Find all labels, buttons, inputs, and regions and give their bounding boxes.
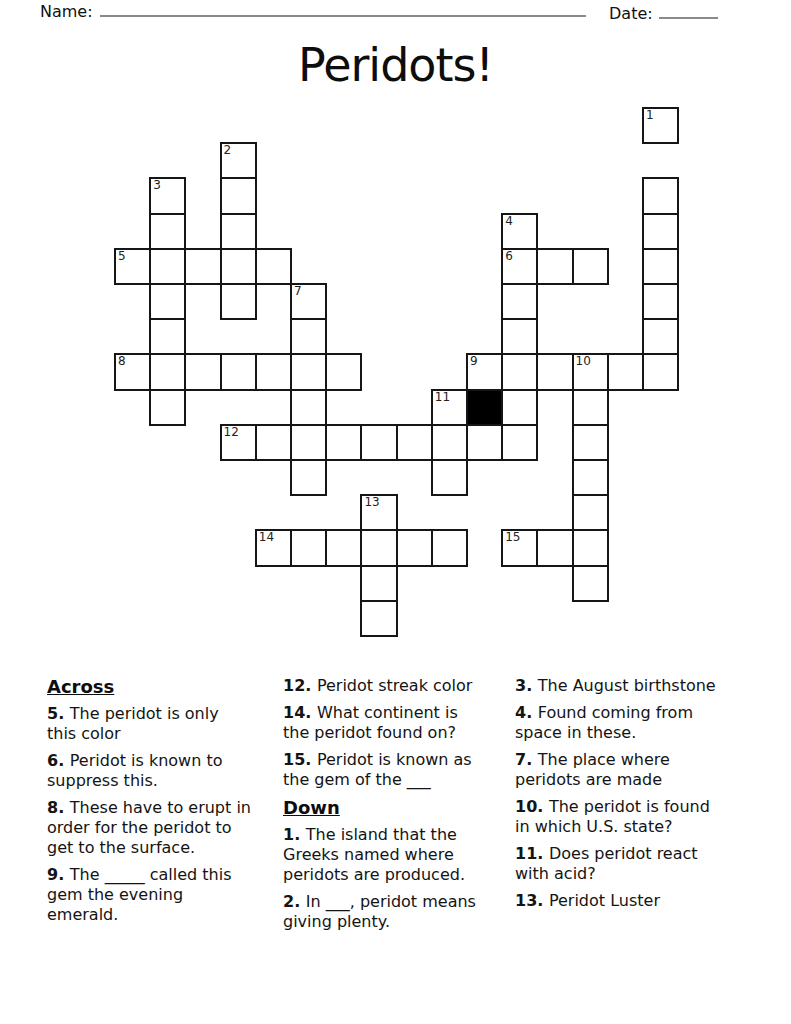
cell-number: 8 bbox=[118, 355, 126, 368]
grid-cell[interactable] bbox=[290, 353, 327, 390]
date-fill-line bbox=[659, 17, 718, 19]
clue-number: 6. bbox=[47, 751, 70, 770]
grid-cell[interactable] bbox=[290, 424, 327, 461]
grid-cell[interactable]: 12 bbox=[220, 424, 257, 461]
grid-cell[interactable] bbox=[290, 318, 327, 355]
grid-cell[interactable]: 8 bbox=[114, 353, 151, 390]
grid-cell[interactable] bbox=[290, 459, 327, 496]
grid-cell[interactable]: 5 bbox=[114, 248, 151, 285]
clue-number: 9. bbox=[47, 865, 70, 884]
grid-cell[interactable] bbox=[642, 177, 679, 214]
grid-cell[interactable] bbox=[220, 248, 257, 285]
grid-cell[interactable] bbox=[290, 529, 327, 566]
grid-cell[interactable]: 6 bbox=[501, 248, 538, 285]
grid-cell[interactable] bbox=[642, 248, 679, 285]
grid-cell[interactable] bbox=[501, 424, 538, 461]
crossword-grid: 123456789101112131415 bbox=[114, 107, 681, 639]
grid-cell[interactable] bbox=[255, 424, 292, 461]
grid-cell[interactable] bbox=[501, 353, 538, 390]
worksheet-page: Name: Date: Peridots! 123456789101112131… bbox=[0, 0, 791, 1024]
name-label: Name: bbox=[40, 2, 93, 21]
grid-cell[interactable] bbox=[220, 353, 257, 390]
clue-number: 1. bbox=[283, 825, 306, 844]
grid-cell[interactable] bbox=[325, 529, 362, 566]
grid-cell[interactable] bbox=[325, 353, 362, 390]
clue-15: 15. Peridot is known as the gem of the _… bbox=[283, 750, 488, 790]
clue-3: 3. The August birthstone bbox=[515, 676, 720, 696]
grid-cell[interactable]: 3 bbox=[149, 177, 186, 214]
cell-number: 6 bbox=[505, 250, 513, 263]
clue-9: 9. The _____ called this gem the evening… bbox=[47, 865, 252, 925]
cell-number: 2 bbox=[224, 144, 232, 157]
clue-number: 8. bbox=[47, 798, 70, 817]
grid-cell[interactable] bbox=[396, 424, 433, 461]
grid-cell[interactable] bbox=[501, 389, 538, 426]
grid-cell[interactable] bbox=[149, 389, 186, 426]
grid-cell[interactable] bbox=[501, 283, 538, 320]
grid-cell[interactable]: 15 bbox=[501, 529, 538, 566]
clue-number: 12. bbox=[283, 676, 317, 695]
clue-column-3: 3. The August birthstone4. Found coming … bbox=[515, 676, 720, 918]
grid-cell[interactable]: 1 bbox=[642, 107, 679, 144]
clue-4: 4. Found coming from space in these. bbox=[515, 703, 720, 743]
grid-cell[interactable] bbox=[360, 600, 397, 637]
clue-number: 7. bbox=[515, 750, 538, 769]
clue-number: 14. bbox=[283, 703, 317, 722]
clue-8: 8. These have to erupt in order for the … bbox=[47, 798, 252, 858]
grid-cell[interactable] bbox=[149, 283, 186, 320]
grid-cell[interactable]: 14 bbox=[255, 529, 292, 566]
grid-cell[interactable] bbox=[572, 565, 609, 602]
cell-number: 15 bbox=[505, 531, 520, 544]
cell-number: 5 bbox=[118, 250, 126, 263]
cell-number: 7 bbox=[294, 285, 302, 298]
clue-5: 5. The peridot is only this color bbox=[47, 704, 252, 744]
cell-number: 4 bbox=[505, 215, 513, 228]
grid-cell[interactable] bbox=[572, 459, 609, 496]
cell-number: 1 bbox=[646, 109, 654, 122]
grid-cell[interactable] bbox=[360, 529, 397, 566]
grid-cell[interactable] bbox=[255, 353, 292, 390]
grid-cell[interactable] bbox=[220, 177, 257, 214]
clue-7: 7. The place where peridots are made bbox=[515, 750, 720, 790]
grid-cell[interactable] bbox=[431, 459, 468, 496]
grid-cell[interactable] bbox=[572, 529, 609, 566]
grid-cell[interactable]: 2 bbox=[220, 142, 257, 179]
grid-cell[interactable] bbox=[572, 248, 609, 285]
grid-cell[interactable] bbox=[325, 424, 362, 461]
grid-cell[interactable] bbox=[220, 283, 257, 320]
puzzle-title: Peridots! bbox=[0, 38, 791, 92]
date-label: Date: bbox=[609, 4, 653, 23]
grid-cell[interactable] bbox=[642, 213, 679, 250]
grid-cell[interactable] bbox=[642, 353, 679, 390]
grid-cell[interactable] bbox=[149, 318, 186, 355]
grid-cell[interactable] bbox=[220, 213, 257, 250]
grid-cell[interactable] bbox=[536, 248, 573, 285]
clue-number: 13. bbox=[515, 891, 549, 910]
grid-cell[interactable]: 7 bbox=[290, 283, 327, 320]
cell-number: 12 bbox=[224, 426, 239, 439]
clue-14: 14. What continent is the peridot found … bbox=[283, 703, 488, 743]
clue-1: 1. The island that the Greeks named wher… bbox=[283, 825, 488, 885]
grid-cell[interactable] bbox=[360, 424, 397, 461]
grid-cell[interactable] bbox=[536, 353, 573, 390]
clue-number: 10. bbox=[515, 797, 549, 816]
clue-6: 6. Peridot is known to suppress this. bbox=[47, 751, 252, 791]
clue-11: 11. Does peridot react with acid? bbox=[515, 844, 720, 884]
cell-number: 9 bbox=[470, 355, 478, 368]
clue-number: 3. bbox=[515, 676, 538, 695]
clue-number: 5. bbox=[47, 704, 70, 723]
grid-cell[interactable]: 11 bbox=[431, 389, 468, 426]
grid-cell[interactable] bbox=[149, 213, 186, 250]
clue-10: 10. The peridot is found in which U.S. s… bbox=[515, 797, 720, 837]
clue-number: 4. bbox=[515, 703, 538, 722]
grid-cell[interactable] bbox=[642, 318, 679, 355]
cell-number: 13 bbox=[364, 496, 379, 509]
clue-13: 13. Peridot Luster bbox=[515, 891, 720, 911]
grid-cell[interactable] bbox=[360, 565, 397, 602]
grid-cell[interactable]: 10 bbox=[572, 353, 609, 390]
across-header: Across bbox=[47, 676, 252, 697]
grid-cell[interactable] bbox=[501, 318, 538, 355]
grid-cell[interactable]: 9 bbox=[466, 353, 503, 390]
grid-cell[interactable]: 4 bbox=[501, 213, 538, 250]
black-cell bbox=[466, 389, 503, 426]
clue-column-1: Across5. The peridot is only this color6… bbox=[47, 676, 252, 932]
name-fill-line bbox=[100, 15, 586, 17]
grid-cell[interactable] bbox=[572, 389, 609, 426]
clue-number: 15. bbox=[283, 750, 317, 769]
grid-cell[interactable] bbox=[536, 529, 573, 566]
grid-cell[interactable] bbox=[149, 353, 186, 390]
cell-number: 10 bbox=[576, 355, 591, 368]
clue-number: 11. bbox=[515, 844, 549, 863]
grid-cell[interactable]: 13 bbox=[360, 494, 397, 531]
cell-number: 3 bbox=[153, 179, 161, 192]
grid-cell[interactable] bbox=[255, 248, 292, 285]
clue-number: 2. bbox=[283, 892, 306, 911]
grid-cell[interactable] bbox=[431, 529, 468, 566]
down-header: Down bbox=[283, 797, 488, 818]
grid-cell[interactable] bbox=[290, 389, 327, 426]
grid-cell[interactable] bbox=[184, 353, 221, 390]
clue-2: 2. In ___, peridot means giving plenty. bbox=[283, 892, 488, 932]
grid-cell[interactable] bbox=[396, 529, 433, 566]
grid-cell[interactable] bbox=[572, 494, 609, 531]
grid-cell[interactable] bbox=[572, 424, 609, 461]
cell-number: 11 bbox=[435, 391, 450, 404]
clue-column-2: 12. Peridot streak color14. What contine… bbox=[283, 676, 488, 939]
grid-cell[interactable] bbox=[184, 248, 221, 285]
cell-number: 14 bbox=[259, 531, 274, 544]
grid-cell[interactable] bbox=[607, 353, 644, 390]
grid-cell[interactable] bbox=[431, 424, 468, 461]
grid-cell[interactable] bbox=[642, 283, 679, 320]
grid-cell[interactable] bbox=[466, 424, 503, 461]
clue-12: 12. Peridot streak color bbox=[283, 676, 488, 696]
grid-cell[interactable] bbox=[149, 248, 186, 285]
